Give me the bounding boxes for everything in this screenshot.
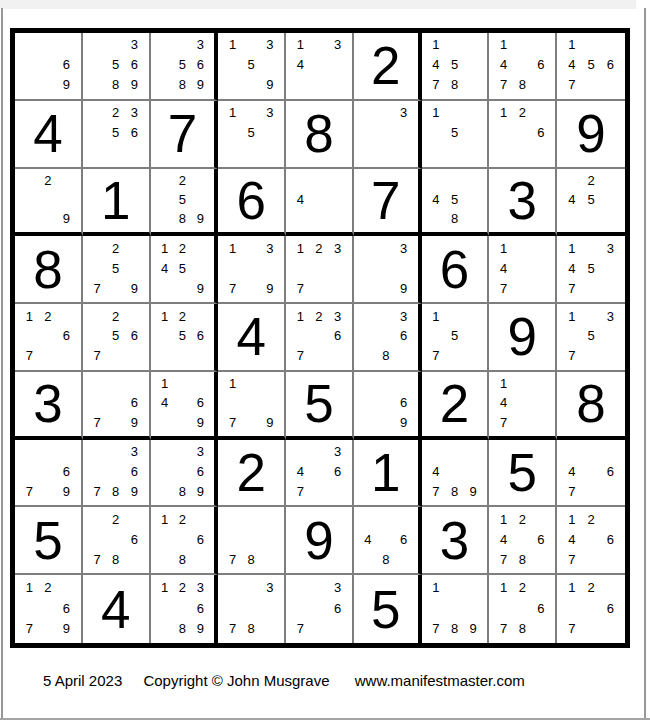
pencil-mark-slot-4: 4 — [494, 258, 513, 278]
pencil-mark-slot-9: 9 — [191, 278, 209, 298]
pencil-mark-slot-4 — [156, 190, 174, 209]
pencil-mark-slot-1: 1 — [223, 238, 242, 258]
pencil-mark-slot-7: 7 — [291, 278, 310, 298]
pencil-mark-slot-1 — [20, 171, 39, 190]
given-digit: 8 — [286, 101, 352, 167]
pencil-mark-slot-5 — [377, 258, 395, 278]
pencil-marks: 3467 — [286, 440, 352, 506]
pencil-mark-slot-9 — [532, 618, 551, 639]
pencil-marks: 1268 — [151, 507, 215, 573]
given-digit: 7 — [354, 169, 418, 233]
pencil-mark-slot-3 — [532, 509, 551, 529]
pencil-mark-slot-9: 9 — [57, 482, 76, 502]
pencil-mark-slot-3 — [601, 577, 620, 598]
pencil-mark-slot-2 — [377, 103, 395, 123]
cell-r2c8: 126 — [489, 101, 557, 169]
given-digit: 3 — [422, 507, 488, 573]
pencil-mark-slot-5 — [173, 598, 191, 619]
pencil-mark-slot-8 — [513, 143, 532, 163]
pencil-mark-slot-7 — [427, 209, 446, 228]
pencil-mark-slot-1 — [156, 442, 174, 462]
given-digit: 3 — [489, 169, 555, 233]
pencil-mark-slot-9 — [191, 549, 209, 569]
pencil-mark-slot-7 — [359, 346, 377, 366]
pencil-mark-slot-3 — [464, 306, 483, 326]
pencil-mark-slot-4: 4 — [562, 190, 581, 209]
pencil-mark-slot-1 — [359, 103, 377, 123]
pencil-mark-slot-2 — [39, 35, 58, 55]
pencil-mark-slot-4 — [88, 258, 107, 278]
pencil-mark-slot-8 — [377, 143, 395, 163]
pencil-marks: 126 — [489, 101, 555, 167]
pencil-mark-slot-4 — [88, 529, 107, 549]
pencil-mark-slot-4: 4 — [291, 190, 310, 209]
pencil-marks: 124678 — [489, 507, 555, 573]
cell-r8c9: 12467 — [557, 507, 625, 575]
given-digit: 6 — [218, 169, 284, 233]
given-digit: 9 — [286, 507, 352, 573]
pencil-mark-slot-3 — [125, 306, 144, 326]
pencil-mark-slot-6 — [395, 123, 413, 143]
pencil-mark-slot-9 — [532, 278, 551, 298]
pencil-mark-slot-2 — [581, 442, 600, 462]
pencil-mark-slot-9 — [191, 346, 209, 366]
cell-r4c5: 1237 — [286, 236, 354, 304]
pencil-mark-slot-9: 9 — [125, 75, 144, 95]
pencil-mark-slot-5 — [513, 55, 532, 75]
pencil-mark-slot-6 — [395, 258, 413, 278]
pencil-mark-slot-3 — [191, 238, 209, 258]
pencil-mark-slot-4: 4 — [427, 55, 446, 75]
pencil-mark-slot-7: 7 — [562, 75, 581, 95]
pencil-mark-slot-9 — [125, 143, 144, 163]
pencil-mark-slot-6: 6 — [125, 123, 144, 143]
pencil-mark-slot-4: 4 — [562, 258, 581, 278]
given-digit: 8 — [557, 372, 625, 436]
pencil-mark-slot-6: 6 — [191, 598, 209, 619]
pencil-mark-slot-6 — [191, 190, 209, 209]
cell-r6c6: 69 — [354, 372, 422, 440]
pencil-mark-slot-4: 4 — [494, 529, 513, 549]
pencil-mark-slot-9 — [261, 549, 280, 569]
pencil-mark-slot-4 — [88, 55, 107, 75]
pencil-mark-slot-5: 5 — [173, 190, 191, 209]
pencil-mark-slot-7 — [562, 209, 581, 228]
pencil-mark-slot-6: 6 — [125, 55, 144, 75]
cell-r4c6: 39 — [354, 236, 422, 304]
pencil-mark-slot-9 — [464, 209, 483, 228]
cell-r5c3: 1256 — [151, 304, 219, 372]
pencil-mark-slot-4 — [494, 123, 513, 143]
pencil-mark-slot-8: 8 — [445, 209, 464, 228]
pencil-mark-slot-1 — [291, 171, 310, 190]
pencil-mark-slot-2: 2 — [106, 238, 125, 258]
pencil-mark-slot-4 — [20, 55, 39, 75]
cell-r3c2: 1 — [83, 169, 151, 237]
cell-r3c4: 6 — [218, 169, 286, 237]
pencil-marks: 1357 — [557, 304, 625, 370]
pencil-mark-slot-5 — [39, 55, 58, 75]
footer-site: www.manifestmaster.com — [355, 672, 525, 689]
pencil-mark-slot-8 — [39, 618, 58, 639]
pencil-marks: 679 — [83, 372, 149, 436]
pencil-mark-slot-5 — [445, 462, 464, 482]
cell-r9c7: 1789 — [422, 575, 490, 643]
cell-r2c4: 135 — [218, 101, 286, 169]
pencil-mark-slot-2 — [242, 35, 261, 55]
pencil-mark-slot-1: 1 — [291, 306, 310, 326]
pencil-mark-slot-5 — [173, 393, 191, 412]
pencil-mark-slot-9 — [532, 549, 551, 569]
pencil-mark-slot-5 — [513, 123, 532, 143]
pencil-mark-slot-3 — [57, 306, 76, 326]
pencil-mark-slot-5 — [310, 258, 329, 278]
pencil-mark-slot-2 — [445, 306, 464, 326]
cell-r1c3: 35689 — [151, 33, 219, 101]
pencil-mark-slot-7: 7 — [223, 549, 242, 569]
pencil-mark-slot-2: 2 — [310, 238, 329, 258]
pencil-mark-slot-9: 9 — [125, 278, 144, 298]
given-digit: 5 — [354, 575, 418, 643]
pencil-mark-slot-8 — [445, 143, 464, 163]
pencil-mark-slot-3: 3 — [328, 442, 347, 462]
pencil-mark-slot-1 — [427, 442, 446, 462]
cell-r4c8: 147 — [489, 236, 557, 304]
pencil-mark-slot-3 — [464, 442, 483, 462]
pencil-mark-slot-5 — [39, 462, 58, 482]
cell-r6c9: 8 — [557, 372, 625, 440]
pencil-mark-slot-1: 1 — [494, 509, 513, 529]
pencil-mark-slot-2: 2 — [173, 171, 191, 190]
pencil-mark-slot-6 — [125, 258, 144, 278]
pencil-mark-slot-8 — [310, 482, 329, 502]
pencil-mark-slot-8 — [310, 618, 329, 639]
pencil-mark-slot-1: 1 — [156, 306, 174, 326]
pencil-mark-slot-8 — [513, 412, 532, 431]
pencil-mark-slot-9: 9 — [57, 618, 76, 639]
cell-r1c9: 14567 — [557, 33, 625, 101]
pencil-mark-slot-3: 3 — [191, 577, 209, 598]
pencil-mark-slot-9: 9 — [261, 75, 280, 95]
pencil-mark-slot-7: 7 — [427, 75, 446, 95]
pencil-mark-slot-5: 5 — [581, 190, 600, 209]
pencil-mark-slot-8 — [106, 346, 125, 366]
cell-r6c4: 179 — [218, 372, 286, 440]
pencil-mark-slot-9: 9 — [395, 412, 413, 431]
pencil-mark-slot-6 — [464, 123, 483, 143]
cell-r7c6: 1 — [354, 440, 422, 508]
cell-r6c5: 5 — [286, 372, 354, 440]
pencil-mark-slot-3 — [532, 103, 551, 123]
pencil-mark-slot-5 — [513, 529, 532, 549]
cell-r9c4: 378 — [218, 575, 286, 643]
pencil-mark-slot-4 — [223, 55, 242, 75]
pencil-mark-slot-3: 3 — [261, 103, 280, 123]
pencil-mark-slot-5 — [310, 598, 329, 619]
cell-r5c6: 368 — [354, 304, 422, 372]
pencil-mark-slot-1 — [359, 374, 377, 393]
pencil-mark-slot-8: 8 — [106, 75, 125, 95]
pencil-mark-slot-8 — [581, 549, 600, 569]
pencil-mark-slot-3 — [601, 509, 620, 529]
pencil-mark-slot-8 — [445, 346, 464, 366]
pencil-marks: 135 — [218, 101, 284, 167]
pencil-mark-slot-4 — [88, 326, 107, 346]
pencil-mark-slot-4: 4 — [156, 258, 174, 278]
pencil-mark-slot-6 — [57, 190, 76, 209]
pencil-mark-slot-2: 2 — [581, 171, 600, 190]
pencil-mark-slot-9: 9 — [191, 482, 209, 502]
pencil-mark-slot-4: 4 — [427, 462, 446, 482]
pencil-mark-slot-2 — [377, 374, 395, 393]
pencil-mark-slot-6 — [328, 55, 347, 75]
pencil-mark-slot-4: 4 — [562, 55, 581, 75]
pencil-mark-slot-4 — [359, 123, 377, 143]
given-digit: 5 — [489, 440, 555, 506]
pencil-mark-slot-1 — [88, 306, 107, 326]
pencil-mark-slot-3 — [261, 374, 280, 393]
pencil-mark-slot-2 — [242, 577, 261, 598]
pencil-mark-slot-9 — [532, 75, 551, 95]
pencil-mark-slot-2 — [310, 442, 329, 462]
pencil-mark-slot-3: 3 — [395, 238, 413, 258]
pencil-mark-slot-6 — [464, 598, 483, 619]
pencil-mark-slot-1: 1 — [427, 577, 446, 598]
cell-r4c1: 8 — [15, 236, 83, 304]
pencil-mark-slot-6: 6 — [125, 529, 144, 549]
given-digit: 4 — [15, 101, 81, 167]
pencil-marks: 458 — [422, 169, 488, 233]
cell-r8c3: 1268 — [151, 507, 219, 575]
pencil-mark-slot-2: 2 — [173, 306, 191, 326]
pencil-mark-slot-7 — [88, 143, 107, 163]
cell-r1c4: 1359 — [218, 33, 286, 101]
pencil-mark-slot-7: 7 — [562, 278, 581, 298]
pencil-mark-slot-3 — [464, 103, 483, 123]
pencil-mark-slot-1 — [20, 35, 39, 55]
pencil-marks: 679 — [15, 440, 81, 506]
pencil-mark-slot-2 — [445, 442, 464, 462]
pencil-mark-slot-6 — [191, 258, 209, 278]
pencil-marks: 368 — [354, 304, 418, 370]
pencil-marks: 14567 — [557, 33, 625, 99]
pencil-mark-slot-9 — [464, 75, 483, 95]
pencil-mark-slot-6 — [601, 258, 620, 278]
pencil-marks: 468 — [354, 507, 418, 573]
pencil-mark-slot-6: 6 — [125, 393, 144, 412]
cell-r7c9: 467 — [557, 440, 625, 508]
pencil-mark-slot-3 — [464, 171, 483, 190]
given-digit: 4 — [218, 304, 284, 370]
page: 6935689356891359134214578146781456742356… — [0, 0, 650, 720]
cell-r5c8: 9 — [489, 304, 557, 372]
pencil-mark-slot-7 — [156, 412, 174, 431]
pencil-marks: 467 — [557, 440, 625, 506]
pencil-mark-slot-4 — [20, 190, 39, 209]
pencil-mark-slot-2 — [173, 35, 191, 55]
cell-r3c1: 29 — [15, 169, 83, 237]
pencil-mark-slot-3 — [601, 442, 620, 462]
pencil-mark-slot-5 — [377, 529, 395, 549]
pencil-mark-slot-5: 5 — [445, 55, 464, 75]
cell-r1c6: 2 — [354, 33, 422, 101]
given-digit: 3 — [15, 372, 81, 436]
cell-r9c6: 5 — [354, 575, 422, 643]
pencil-mark-slot-2: 2 — [513, 103, 532, 123]
pencil-mark-slot-3: 3 — [261, 238, 280, 258]
pencil-mark-slot-4 — [494, 598, 513, 619]
pencil-mark-slot-4 — [427, 598, 446, 619]
pencil-mark-slot-5 — [39, 326, 58, 346]
pencil-mark-slot-2 — [377, 509, 395, 529]
pencil-mark-slot-8 — [377, 412, 395, 431]
pencil-mark-slot-6: 6 — [191, 462, 209, 482]
pencil-mark-slot-1: 1 — [223, 374, 242, 393]
pencil-mark-slot-9: 9 — [57, 75, 76, 95]
pencil-mark-slot-4 — [20, 326, 39, 346]
pencil-mark-slot-6 — [261, 393, 280, 412]
pencil-mark-slot-5 — [513, 598, 532, 619]
pencil-mark-slot-2: 2 — [39, 577, 58, 598]
pencil-mark-slot-2: 2 — [173, 577, 191, 598]
pencil-mark-slot-9 — [532, 412, 551, 431]
pencil-mark-slot-3 — [191, 171, 209, 190]
pencil-mark-slot-4 — [359, 326, 377, 346]
pencil-mark-slot-8: 8 — [242, 618, 261, 639]
pencil-mark-slot-8 — [310, 346, 329, 366]
pencil-mark-slot-6: 6 — [395, 326, 413, 346]
cell-r2c9: 9 — [557, 101, 625, 169]
pencil-mark-slot-3 — [125, 374, 144, 393]
pencil-mark-slot-2 — [106, 374, 125, 393]
pencil-mark-slot-5 — [242, 258, 261, 278]
given-digit: 1 — [354, 440, 418, 506]
cell-r6c1: 3 — [15, 372, 83, 440]
pencil-mark-slot-3 — [57, 171, 76, 190]
cell-r3c5: 4 — [286, 169, 354, 237]
pencil-mark-slot-5 — [106, 393, 125, 412]
pencil-mark-slot-7: 7 — [562, 618, 581, 639]
pencil-mark-slot-2 — [242, 509, 261, 529]
pencil-mark-slot-2 — [39, 442, 58, 462]
pencil-marks: 2567 — [83, 304, 149, 370]
cell-r1c5: 134 — [286, 33, 354, 101]
pencil-mark-slot-5 — [242, 529, 261, 549]
pencil-mark-slot-2 — [242, 374, 261, 393]
pencil-mark-slot-2: 2 — [581, 509, 600, 529]
pencil-mark-slot-7 — [156, 346, 174, 366]
cell-r5c7: 157 — [422, 304, 490, 372]
pencil-marks: 13457 — [557, 236, 625, 302]
pencil-mark-slot-6 — [464, 326, 483, 346]
pencil-mark-slot-3 — [191, 306, 209, 326]
pencil-marks: 3689 — [151, 440, 215, 506]
pencil-mark-slot-6: 6 — [395, 529, 413, 549]
cell-r8c5: 9 — [286, 507, 354, 575]
pencil-mark-slot-6: 6 — [57, 55, 76, 75]
pencil-mark-slot-9 — [261, 143, 280, 163]
pencil-mark-slot-1 — [562, 442, 581, 462]
pencil-marks: 2589 — [151, 169, 215, 233]
pencil-mark-slot-8: 8 — [377, 549, 395, 569]
pencil-mark-slot-9: 9 — [464, 618, 483, 639]
pencil-mark-slot-8 — [106, 278, 125, 298]
pencil-mark-slot-3 — [328, 171, 347, 190]
pencil-mark-slot-6 — [464, 462, 483, 482]
pencil-mark-slot-1: 1 — [156, 577, 174, 598]
pencil-mark-slot-7 — [359, 549, 377, 569]
pencil-mark-slot-4 — [156, 462, 174, 482]
pencil-mark-slot-7 — [427, 143, 446, 163]
pencil-mark-slot-3 — [191, 509, 209, 529]
pencil-mark-slot-6: 6 — [125, 326, 144, 346]
pencil-mark-slot-7: 7 — [562, 346, 581, 366]
pencil-mark-slot-2 — [106, 442, 125, 462]
pencil-mark-slot-6: 6 — [191, 393, 209, 412]
pencil-mark-slot-5 — [106, 462, 125, 482]
cell-r8c6: 468 — [354, 507, 422, 575]
pencil-mark-slot-7: 7 — [494, 278, 513, 298]
pencil-mark-slot-7 — [156, 278, 174, 298]
pencil-mark-slot-7 — [156, 618, 174, 639]
footer-date: 5 April 2023 — [43, 672, 122, 689]
pencil-mark-slot-8: 8 — [106, 482, 125, 502]
pencil-mark-slot-6 — [601, 190, 620, 209]
pencil-mark-slot-5 — [377, 123, 395, 143]
cell-r8c1: 5 — [15, 507, 83, 575]
given-digit: 6 — [422, 236, 488, 302]
pencil-mark-slot-6 — [261, 123, 280, 143]
pencil-mark-slot-9 — [532, 143, 551, 163]
pencil-mark-slot-1 — [156, 171, 174, 190]
pencil-marks: 157 — [422, 304, 488, 370]
pencil-mark-slot-7 — [359, 412, 377, 431]
pencil-mark-slot-2: 2 — [106, 306, 125, 326]
pencil-mark-slot-3 — [57, 35, 76, 55]
cell-r9c5: 367 — [286, 575, 354, 643]
pencil-mark-slot-5 — [310, 190, 329, 209]
given-digit: 2 — [218, 440, 284, 506]
cell-r7c2: 36789 — [83, 440, 151, 508]
pencil-marks: 12459 — [151, 236, 215, 302]
pencil-mark-slot-8 — [39, 346, 58, 366]
pencil-mark-slot-1: 1 — [156, 374, 174, 393]
pencil-mark-slot-1: 1 — [20, 306, 39, 326]
pencil-mark-slot-8 — [377, 278, 395, 298]
pencil-mark-slot-7 — [20, 75, 39, 95]
pencil-mark-slot-5 — [377, 326, 395, 346]
pencil-marks: 134 — [286, 33, 352, 99]
pencil-mark-slot-3 — [464, 577, 483, 598]
pencil-mark-slot-6: 6 — [191, 529, 209, 549]
pencil-mark-slot-2 — [242, 103, 261, 123]
pencil-mark-slot-3: 3 — [395, 306, 413, 326]
pencil-mark-slot-8 — [581, 482, 600, 502]
pencil-marks: 1359 — [218, 33, 284, 99]
pencil-mark-slot-9: 9 — [191, 209, 209, 228]
pencil-mark-slot-7: 7 — [291, 618, 310, 639]
pencil-mark-slot-6 — [261, 258, 280, 278]
pencil-mark-slot-6: 6 — [125, 462, 144, 482]
pencil-mark-slot-2 — [581, 238, 600, 258]
pencil-mark-slot-3: 3 — [328, 238, 347, 258]
pencil-mark-slot-8: 8 — [173, 482, 191, 502]
cell-r6c7: 2 — [422, 372, 490, 440]
pencil-mark-slot-3 — [532, 577, 551, 598]
pencil-mark-slot-6 — [532, 393, 551, 412]
pencil-mark-slot-8: 8 — [242, 549, 261, 569]
pencil-mark-slot-3 — [57, 577, 76, 598]
